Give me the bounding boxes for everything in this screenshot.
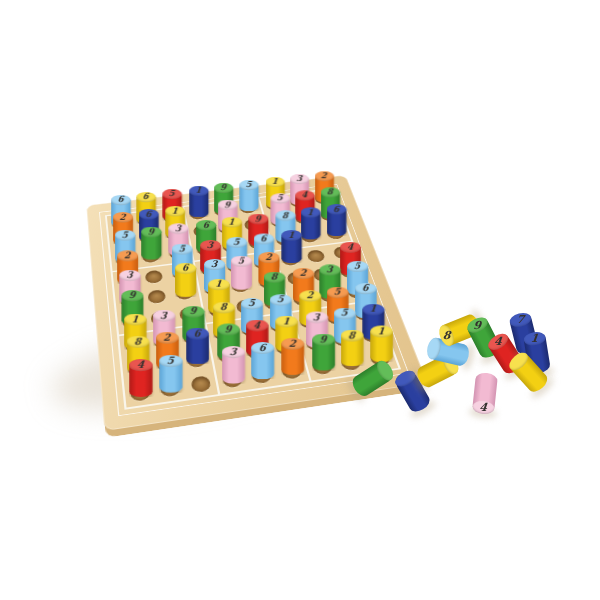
peg-number: 4: [479, 402, 488, 413]
loose-peg-pink-4[interactable]: 4: [472, 372, 498, 414]
peg-number: 7: [516, 314, 525, 325]
peg-number: 4: [494, 336, 503, 347]
peg-number: 1: [530, 333, 539, 344]
peg-number: 8: [442, 330, 451, 341]
loose-pegs-area: 894714: [0, 0, 600, 600]
loose-peg-green[interactable]: [349, 359, 395, 399]
peg-number: 9: [473, 320, 482, 331]
scene: 6652615931959619132548816253693563521814…: [0, 0, 600, 600]
